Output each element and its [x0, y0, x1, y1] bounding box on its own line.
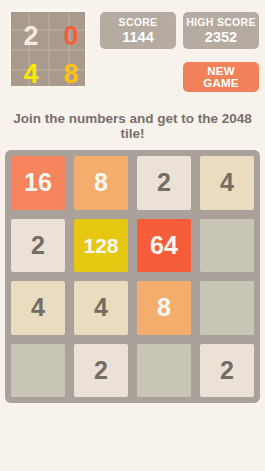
tile-2: 2	[200, 344, 254, 398]
logo-digit-4: 4	[23, 61, 38, 88]
tile-4: 4	[200, 156, 254, 210]
tile-value: 16	[24, 170, 52, 195]
tile-16: 16	[11, 156, 65, 210]
tile-8: 8	[74, 156, 128, 210]
score-value: 1144	[122, 29, 153, 45]
tile-4: 4	[11, 281, 65, 335]
high-score-label: HIGH SCORE	[186, 16, 256, 28]
tile-value: 4	[220, 170, 234, 195]
new-game-button[interactable]: NEW GAME	[183, 62, 259, 92]
tile-128: 128	[74, 219, 128, 273]
score-label: SCORE	[119, 16, 158, 28]
empty-cell	[200, 219, 254, 273]
score-box: SCORE 1144	[100, 12, 176, 49]
tile-value: 2	[94, 358, 108, 383]
high-score-box: HIGH SCORE 2352	[183, 12, 259, 49]
tile-2: 2	[74, 344, 128, 398]
high-score-value: 2352	[205, 29, 237, 45]
tile-2: 2	[11, 219, 65, 273]
header: 2 0 4 8 SCORE 1144 HIGH SCORE 2352 NEW G…	[0, 0, 265, 100]
tile-value: 2	[220, 358, 234, 383]
tile-value: 128	[83, 235, 118, 256]
empty-cell	[200, 281, 254, 335]
game-board[interactable]: 1682421286444822	[5, 150, 260, 403]
tile-4: 4	[74, 281, 128, 335]
logo-digit-8: 8	[63, 61, 78, 88]
tile-value: 64	[150, 233, 178, 258]
logo-digit-0: 0	[63, 23, 78, 50]
tile-2: 2	[137, 156, 191, 210]
tile-value: 4	[94, 295, 108, 320]
tile-value: 8	[157, 295, 171, 320]
empty-cell	[11, 344, 65, 398]
tile-value: 4	[31, 295, 45, 320]
tagline: Join the numbers and get to the 2048 til…	[0, 111, 265, 141]
tile-64: 64	[137, 219, 191, 273]
logo-2048: 2 0 4 8	[8, 9, 88, 89]
logo-digit-2: 2	[23, 23, 38, 50]
tile-value: 2	[31, 233, 45, 258]
tile-value: 2	[157, 170, 171, 195]
tile-8: 8	[137, 281, 191, 335]
tile-value: 8	[94, 170, 108, 195]
empty-cell	[137, 344, 191, 398]
